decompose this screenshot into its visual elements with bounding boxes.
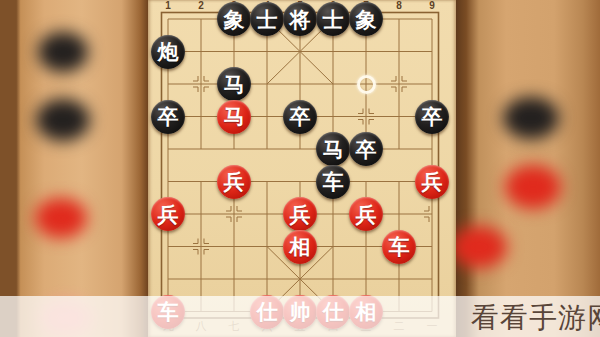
piece-black-soldier[interactable]: 卒 — [151, 100, 185, 134]
last-move-marker — [357, 75, 376, 94]
bottom-overlay-bar: 看看手游网 — [0, 296, 600, 337]
piece-black-horse[interactable]: 马 — [316, 132, 350, 166]
piece-red-elephant[interactable]: 相 — [283, 230, 317, 264]
piece-black-chariot[interactable]: 车 — [316, 165, 350, 199]
piece-black-advisor[interactable]: 士 — [316, 2, 350, 36]
piece-red-horse[interactable]: 马 — [217, 100, 251, 134]
piece-red-soldier[interactable]: 兵 — [151, 197, 185, 231]
file-number-top: 2 — [191, 0, 211, 11]
piece-black-elephant[interactable]: 象 — [349, 2, 383, 36]
xiangqi-game-screenshot: 123456789 九八七六五四三二一 象士将士象炮马卒马卒卒马卒兵车兵兵兵兵相… — [0, 0, 600, 337]
piece-black-horse[interactable]: 马 — [217, 67, 251, 101]
piece-black-soldier[interactable]: 卒 — [283, 100, 317, 134]
piece-red-chariot[interactable]: 车 — [382, 230, 416, 264]
piece-red-soldier[interactable]: 兵 — [283, 197, 317, 231]
file-number-top: 8 — [389, 0, 409, 11]
file-number-top: 1 — [158, 0, 178, 11]
watermark-text: 看看手游网 — [471, 299, 600, 337]
piece-red-soldier[interactable]: 兵 — [415, 165, 449, 199]
piece-black-general[interactable]: 将 — [283, 2, 317, 36]
piece-red-soldier[interactable]: 兵 — [217, 165, 251, 199]
piece-black-soldier[interactable]: 卒 — [349, 132, 383, 166]
file-number-top: 9 — [422, 0, 442, 11]
piece-red-soldier[interactable]: 兵 — [349, 197, 383, 231]
piece-black-soldier[interactable]: 卒 — [415, 100, 449, 134]
piece-black-advisor[interactable]: 士 — [250, 2, 284, 36]
piece-black-elephant[interactable]: 象 — [217, 2, 251, 36]
piece-black-cannon[interactable]: 炮 — [151, 35, 185, 69]
board-grid — [0, 0, 600, 337]
